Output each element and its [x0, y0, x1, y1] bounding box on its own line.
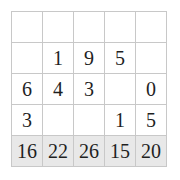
empty-cell-r1-c2[interactable]	[43, 12, 73, 42]
empty-cell-r1-c4[interactable]	[105, 12, 135, 42]
clue-cell-r4-c1: 3	[12, 105, 42, 135]
sum-cell-r5-c2: 22	[43, 136, 73, 166]
empty-cell-r4-c2[interactable]	[43, 105, 73, 135]
empty-cell-r1-c5[interactable]	[136, 12, 166, 42]
empty-cell-r1-c3[interactable]	[74, 12, 104, 42]
clue-cell-r4-c4: 1	[105, 105, 135, 135]
clue-cell-r2-c4: 5	[105, 43, 135, 73]
clue-cell-r4-c5: 5	[136, 105, 166, 135]
puzzle-board: 19564303151622261520	[11, 11, 167, 167]
empty-cell-r3-c4[interactable]	[105, 74, 135, 104]
empty-cell-r1-c1[interactable]	[12, 12, 42, 42]
empty-cell-r4-c3[interactable]	[74, 105, 104, 135]
clue-cell-r3-c3: 3	[74, 74, 104, 104]
clue-cell-r2-c2: 1	[43, 43, 73, 73]
clue-cell-r2-c3: 9	[74, 43, 104, 73]
empty-cell-r2-c1[interactable]	[12, 43, 42, 73]
clue-cell-r3-c5: 0	[136, 74, 166, 104]
sum-cell-r5-c1: 16	[12, 136, 42, 166]
puzzle-stage: 19564303151622261520	[0, 0, 180, 180]
clue-cell-r3-c2: 4	[43, 74, 73, 104]
empty-cell-r2-c5[interactable]	[136, 43, 166, 73]
sum-cell-r5-c4: 15	[105, 136, 135, 166]
sum-cell-r5-c3: 26	[74, 136, 104, 166]
clue-cell-r3-c1: 6	[12, 74, 42, 104]
sum-cell-r5-c5: 20	[136, 136, 166, 166]
